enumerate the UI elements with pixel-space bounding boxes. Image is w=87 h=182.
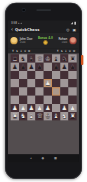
left-player-avatar: [10, 37, 17, 44]
square-h4[interactable]: [68, 87, 76, 95]
right-player-tray: ♜♞♝♛♚: [57, 49, 76, 52]
black-queen[interactable]: ♛: [37, 55, 43, 61]
chess-board: ♜♞♝♛♚♝♞♜♟♟♟♟♟♟♟♟♟♟♟♟♟♟♟♜♞♝♛♚♝♞♜: [11, 54, 77, 120]
square-b6[interactable]: [19, 71, 27, 79]
square-e4[interactable]: [44, 87, 52, 95]
white-king[interactable]: ♚: [45, 113, 51, 119]
coin-icon: [43, 40, 47, 44]
square-f2[interactable]: [52, 104, 60, 112]
black-pawn[interactable]: ♟: [28, 64, 34, 70]
square-f1[interactable]: ♝: [52, 112, 60, 120]
nav-home-icon[interactable]: ●: [42, 157, 45, 160]
square-a3[interactable]: [11, 96, 19, 104]
white-pawn[interactable]: ♟: [28, 105, 34, 111]
square-e8[interactable]: ♚: [44, 54, 52, 62]
black-knight[interactable]: ♞: [61, 55, 67, 61]
battery-icon: [74, 21, 76, 24]
left-player-rating: 1500: [20, 41, 33, 44]
white-pawn[interactable]: ♟: [12, 105, 18, 111]
left-player-tray: ♜♞♝♛♚: [12, 49, 31, 52]
black-pawn[interactable]: ♟: [53, 64, 59, 70]
square-d5[interactable]: [35, 79, 43, 87]
square-b8[interactable]: ♞: [19, 54, 27, 62]
square-g2[interactable]: ♟: [60, 104, 68, 112]
square-f6[interactable]: [52, 71, 60, 79]
right-player-rating: 1500: [61, 41, 67, 44]
square-a8[interactable]: ♜: [11, 54, 19, 62]
square-a5[interactable]: [11, 79, 19, 87]
square-a2[interactable]: ♟: [11, 104, 19, 112]
black-king[interactable]: ♚: [45, 55, 51, 61]
profile-icon[interactable]: ◎: [66, 27, 69, 31]
tray-piece-icon: ♞: [61, 49, 64, 52]
square-h6[interactable]: [68, 71, 76, 79]
square-d1[interactable]: ♛: [35, 112, 43, 120]
square-e6[interactable]: [44, 71, 52, 79]
white-bishop[interactable]: ♝: [53, 113, 59, 119]
tray-piece-icon: ♞: [16, 49, 19, 52]
bonus-label: Bonus 4.0: [38, 37, 53, 40]
tray-piece-icon: ♜: [12, 49, 15, 52]
square-b7[interactable]: ♟: [19, 63, 27, 71]
white-knight[interactable]: ♞: [20, 113, 26, 119]
square-f5[interactable]: [52, 79, 60, 87]
white-pawn[interactable]: ♟: [45, 80, 51, 86]
white-knight[interactable]: ♞: [61, 113, 67, 119]
screenshot-stage: 3:58 ‹ QuickChess ◎ ▣ John Doe: [0, 0, 87, 182]
square-b2[interactable]: ♟: [19, 104, 27, 112]
square-b4[interactable]: [19, 87, 27, 95]
power-button: [81, 55, 83, 65]
square-h3[interactable]: [68, 96, 76, 104]
square-f3[interactable]: [52, 96, 60, 104]
tray-piece-icon: ♚: [73, 49, 76, 52]
board-area: ♜♞♝♛♚♝♞♜♟♟♟♟♟♟♟♟♟♟♟♟♟♟♟♜♞♝♛♚♝♞♜: [8, 53, 79, 154]
square-c2[interactable]: ♟: [27, 104, 35, 112]
tray-piece-icon: ♚: [28, 49, 31, 52]
black-pawn[interactable]: ♟: [37, 64, 43, 70]
square-e2[interactable]: ♟: [44, 104, 52, 112]
white-pawn[interactable]: ♟: [70, 105, 76, 111]
tray-piece-icon: ♛: [69, 49, 72, 52]
square-c3[interactable]: [27, 96, 35, 104]
square-b3[interactable]: [19, 96, 27, 104]
tray-piece-icon: ♝: [65, 49, 68, 52]
white-rook[interactable]: ♜: [70, 113, 76, 119]
square-f7[interactable]: ♟: [52, 63, 60, 71]
square-g8[interactable]: ♞: [60, 54, 68, 62]
square-d3[interactable]: [35, 96, 43, 104]
square-e5[interactable]: ♟: [44, 79, 52, 87]
square-h2[interactable]: ♟: [68, 104, 76, 112]
square-c6[interactable]: [27, 71, 35, 79]
square-a1[interactable]: ♜: [11, 112, 19, 120]
white-bishop[interactable]: ♝: [28, 113, 34, 119]
black-pawn[interactable]: ♟: [12, 64, 18, 70]
square-a6[interactable]: [11, 71, 19, 79]
black-rook[interactable]: ♜: [70, 55, 76, 61]
tray-piece-icon: ♛: [24, 49, 27, 52]
square-g5[interactable]: [60, 79, 68, 87]
tray-piece-icon: ♝: [20, 49, 23, 52]
tray-piece-icon: ♜: [57, 49, 60, 52]
square-h5[interactable]: [68, 79, 76, 87]
right-player-avatar: [69, 37, 76, 44]
phone-frame: 3:58 ‹ QuickChess ◎ ▣ John Doe: [5, 3, 82, 179]
square-c8[interactable]: ♝: [27, 54, 35, 62]
white-pawn[interactable]: ♟: [37, 105, 43, 111]
square-d7[interactable]: ♟: [35, 63, 43, 71]
square-c7[interactable]: ♟: [27, 63, 35, 71]
signal-icon: [71, 22, 73, 24]
white-queen[interactable]: ♛: [37, 113, 43, 119]
black-knight[interactable]: ♞: [20, 55, 26, 61]
black-bishop[interactable]: ♝: [53, 55, 59, 61]
status-time: 3:58: [11, 21, 17, 24]
square-g4[interactable]: [60, 87, 68, 95]
square-f4[interactable]: [52, 87, 60, 95]
square-d4[interactable]: [35, 87, 43, 95]
square-h7[interactable]: ♟: [68, 63, 76, 71]
back-arrow-icon[interactable]: ‹: [11, 27, 13, 32]
app-bar: ‹ QuickChess ◎ ▣: [8, 26, 79, 33]
black-pawn[interactable]: ♟: [70, 64, 76, 70]
earpiece-speaker: [36, 9, 51, 11]
square-d6[interactable]: [35, 71, 43, 79]
square-a7[interactable]: ♟: [11, 63, 19, 71]
board-menu-icon[interactable]: ▣: [73, 27, 76, 31]
square-b1[interactable]: ♞: [19, 112, 27, 120]
square-h8[interactable]: ♜: [68, 54, 76, 62]
players-panel: John Doe 1500 Bonus 4.0 Rohan 1500: [8, 33, 79, 48]
nav-back-icon[interactable]: ◂: [30, 157, 32, 160]
square-c5[interactable]: [27, 79, 35, 87]
square-c1[interactable]: ♝: [27, 112, 35, 120]
square-g7[interactable]: ♟: [60, 63, 68, 71]
square-c4[interactable]: [27, 87, 35, 95]
square-g6[interactable]: [60, 71, 68, 79]
phone-screen: 3:58 ‹ QuickChess ◎ ▣ John Doe: [8, 20, 79, 162]
square-g3[interactable]: [60, 96, 68, 104]
notification-dot-icon: [21, 22, 22, 23]
square-g1[interactable]: ♞: [60, 112, 68, 120]
square-e7[interactable]: [44, 63, 52, 71]
white-pawn[interactable]: ♟: [61, 105, 67, 111]
nav-recents-icon[interactable]: ■: [54, 157, 57, 160]
android-nav-bar: ◂ ● ■: [8, 154, 79, 162]
notification-dot-icon: [18, 22, 19, 23]
black-pawn[interactable]: ♟: [20, 64, 26, 70]
square-f8[interactable]: ♝: [52, 54, 60, 62]
square-d8[interactable]: ♛: [35, 54, 43, 62]
square-b5[interactable]: [19, 79, 27, 87]
square-d2[interactable]: ♟: [35, 104, 43, 112]
black-rook[interactable]: ♜: [12, 55, 18, 61]
square-e1[interactable]: ♚: [44, 112, 52, 120]
square-e3[interactable]: [44, 96, 52, 104]
white-pawn[interactable]: ♟: [20, 105, 26, 111]
white-pawn[interactable]: ♟: [45, 105, 51, 111]
black-bishop[interactable]: ♝: [28, 55, 34, 61]
white-rook[interactable]: ♜: [12, 113, 18, 119]
front-camera: [22, 9, 25, 12]
square-h1[interactable]: ♜: [68, 112, 76, 120]
black-pawn[interactable]: ♟: [61, 64, 67, 70]
app-title: QuickChess: [15, 27, 39, 31]
square-a4[interactable]: [11, 87, 19, 95]
